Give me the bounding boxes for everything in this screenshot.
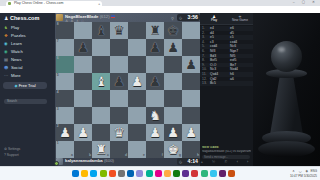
taskbar-app-icon[interactable] (201, 170, 208, 177)
taskbar-app-icon[interactable] (228, 170, 235, 177)
panel-tab-new-game[interactable]: +New Game (228, 14, 252, 23)
square-d8[interactable]: ♛ (110, 22, 128, 39)
square-g4[interactable] (164, 90, 182, 107)
file-label: e (143, 153, 145, 157)
taskbar-app-icon[interactable] (90, 170, 97, 177)
square-e4[interactable] (128, 90, 146, 107)
online-status-dot (54, 161, 59, 166)
move-list[interactable]: 1.e4e62.d4d53.e5c54.c3cxd45.cxd4Nc66.Nf3… (200, 26, 253, 86)
square-a1[interactable]: 1a (56, 141, 74, 158)
sidebar-item-more[interactable]: ⋯More (4, 72, 21, 80)
game-controls[interactable]: + ½ ⚐ ‹ › (200, 160, 253, 165)
square-c5[interactable]: ♝ (92, 73, 110, 90)
square-c1[interactable]: c♜ (92, 141, 110, 158)
square-h2[interactable]: ♟ (182, 124, 200, 141)
square-h4[interactable] (182, 90, 200, 107)
taskbar-app-icon[interactable] (109, 170, 116, 177)
taskbar-app-icon[interactable] (81, 170, 88, 177)
chesscom-page: ♟ Chess.com ♞Play❖Puzzles◉Learn◉Watch▤Ne… (0, 13, 320, 166)
opponent-clock: ◷3:56 (177, 14, 200, 21)
move-row[interactable]: 13.Bc5 (200, 81, 253, 86)
learn-icon: ◉ (4, 40, 9, 48)
square-b6[interactable] (74, 56, 92, 73)
square-g3[interactable] (164, 107, 182, 124)
pawn-head (271, 41, 302, 72)
chat-area: NEW GAMENagaBlazeBlade (612) vs kalyanra… (202, 146, 251, 154)
piece-white-knight[interactable]: ♞ (146, 107, 164, 124)
pawn-highlight (278, 47, 285, 52)
puzzles-icon: ❖ (4, 32, 9, 40)
square-f1[interactable]: f (146, 141, 164, 158)
square-b8[interactable] (74, 22, 92, 39)
square-b4[interactable] (74, 90, 92, 107)
piece-black-rook[interactable]: ♜ (146, 22, 164, 39)
square-f8[interactable]: ♜ (146, 22, 164, 39)
square-g8[interactable]: ♚ (164, 22, 182, 39)
square-f7[interactable]: ♟ (146, 39, 164, 56)
opponent-flag-icon (111, 15, 115, 18)
piece-white-pawn[interactable]: ♟ (146, 124, 164, 141)
piece-white-pawn[interactable]: ♟ (74, 124, 92, 141)
piece-black-bishop[interactable]: ♝ (92, 22, 110, 39)
square-e8[interactable] (128, 22, 146, 39)
piece-black-pawn[interactable]: ♟ (110, 73, 128, 90)
piece-black-king[interactable]: ♚ (164, 22, 182, 39)
file-label: f (162, 153, 163, 157)
tray-language[interactable]: ENG (310, 169, 317, 173)
sidebar-item-news[interactable]: ▤News (4, 56, 21, 64)
tray-date[interactable]: 5/30/2025 (304, 174, 317, 178)
square-g7[interactable]: ♟ (164, 39, 182, 56)
square-d2[interactable]: ♛ (110, 124, 128, 141)
square-g6[interactable] (164, 56, 182, 73)
file-label: h (197, 153, 199, 157)
rank-label: 3 (57, 107, 59, 111)
square-c2[interactable] (92, 124, 110, 141)
square-e6[interactable] (128, 56, 146, 73)
chat-message-input[interactable]: Send a message... (202, 155, 250, 159)
taskbar-app-icon[interactable] (182, 170, 189, 177)
square-d3[interactable] (110, 107, 128, 124)
taskbar-app-icon[interactable] (100, 170, 107, 177)
square-d7[interactable] (110, 39, 128, 56)
piece-white-pawn[interactable]: ♟ (182, 124, 200, 141)
square-b2[interactable]: ♟ (74, 124, 92, 141)
sidebar-footer-support[interactable]: ? Support (4, 153, 19, 157)
square-b1[interactable]: b (74, 141, 92, 158)
social-icon: ☻ (4, 64, 9, 72)
opponent-rating: (612) (100, 14, 110, 19)
logo-pawn-icon: ♟ (4, 15, 8, 21)
news-icon: ▤ (4, 56, 9, 64)
sidebar-item-puzzles[interactable]: ❖Puzzles (4, 32, 26, 40)
square-b3[interactable] (74, 107, 92, 124)
rank-label: 8 (57, 22, 59, 26)
sidebar-item-watch[interactable]: ◉Watch (4, 48, 23, 56)
square-a7[interactable]: 7 (56, 39, 74, 56)
hero-pawn-image (253, 13, 320, 166)
magnifier-icon[interactable]: ⚲ (171, 16, 174, 21)
square-c4[interactable] (92, 90, 110, 107)
file-label: a (71, 153, 73, 157)
search-input[interactable]: Search (4, 99, 47, 104)
square-b5[interactable] (74, 73, 92, 90)
play-icon: ♞ (4, 24, 9, 32)
chess-board[interactable]: 8♝♛♜♚7♟♟♟6♟5♝♟♟♟43♞2♟♟♛♟♟♟1abc♜defg♚h (56, 22, 200, 158)
square-a4[interactable]: 4 (56, 90, 74, 107)
tray-icons[interactable]: ∧ ◡ ◈ (292, 169, 309, 173)
chat-line: NagaBlazeBlade (612) vs kalyanramudamba … (202, 150, 251, 154)
sidebar-item-social[interactable]: ☻Social (4, 64, 22, 72)
system-tray[interactable]: ∧ ◡ ◈ ENG 10:47 PM 5/30/2025 (290, 169, 317, 178)
taskbar-app-icon[interactable] (219, 170, 226, 177)
piece-white-queen[interactable]: ♛ (110, 124, 128, 141)
square-a2[interactable]: 2♟ (56, 124, 74, 141)
screen: Play Chess Online - Chess.com + – ▢ ✕ ‹ … (0, 0, 320, 180)
more-icon: ⋯ (4, 72, 9, 80)
square-b7[interactable]: ♟ (74, 39, 92, 56)
square-h1[interactable]: h (182, 141, 200, 158)
square-f3[interactable]: ♞ (146, 107, 164, 124)
square-c8[interactable]: ♝ (92, 22, 110, 39)
square-d5[interactable]: ♟ (110, 73, 128, 90)
piece-black-pawn[interactable]: ♟ (146, 73, 164, 90)
square-f4[interactable] (146, 90, 164, 107)
sidebar: ♟ Chess.com ♞Play❖Puzzles◉Learn◉Watch▤Ne… (0, 13, 55, 166)
square-a5[interactable]: 5 (56, 73, 74, 90)
tab-favicon-icon (8, 2, 11, 5)
sidebar-item-play[interactable]: ♞Play (4, 24, 19, 32)
piece-white-bishop[interactable]: ♝ (92, 73, 110, 90)
pawn-base (258, 141, 315, 157)
square-h6[interactable]: ♟ (182, 56, 200, 73)
square-f2[interactable]: ♟ (146, 124, 164, 141)
piece-white-rook[interactable]: ♜ (92, 141, 110, 158)
player-bar: kalyanramudamba (600) ◷4:14 (56, 158, 200, 166)
square-a3[interactable]: 3 (56, 107, 74, 124)
rank-label: 5 (57, 73, 59, 77)
file-label: d (125, 153, 127, 157)
piece-black-pawn[interactable]: ♟ (146, 39, 164, 56)
square-h5[interactable] (182, 73, 200, 90)
square-g5[interactable] (164, 73, 182, 90)
square-f5[interactable]: ♟ (146, 73, 164, 90)
taskbar-app-icon[interactable] (146, 170, 153, 177)
sidebar-item-learn[interactable]: ◉Learn (4, 40, 22, 48)
tray-clock[interactable]: 10:47 PM (290, 174, 303, 178)
taskbar-app-icon[interactable] (155, 170, 162, 177)
square-c6[interactable] (92, 56, 110, 73)
free-trial-button[interactable]: ◆ Free Trial (3, 82, 47, 89)
piece-black-pawn[interactable]: ♟ (164, 39, 182, 56)
player-clock: ◷4:14 (177, 158, 200, 165)
piece-black-pawn[interactable]: ♟ (74, 39, 92, 56)
square-e7[interactable] (128, 39, 146, 56)
player-avatar[interactable] (56, 158, 63, 165)
taskbar-icons[interactable] (72, 170, 235, 178)
square-h7[interactable] (182, 39, 200, 56)
taskbar-app-icon[interactable] (164, 170, 171, 177)
square-h3[interactable] (182, 107, 200, 124)
rank-label: 7 (57, 39, 59, 43)
square-h8[interactable] (182, 22, 200, 39)
taskbar-app-icon[interactable] (118, 170, 125, 177)
square-d6[interactable] (110, 56, 128, 73)
square-e5[interactable]: ♟ (128, 73, 146, 90)
file-label: b (89, 153, 91, 157)
piece-white-king[interactable]: ♚ (164, 141, 182, 158)
sidebar-footer-settings[interactable]: ⚙ Settings (4, 147, 20, 151)
piece-white-pawn[interactable]: ♟ (56, 124, 74, 141)
pawn-body (270, 75, 303, 135)
diamond-icon: ◆ (14, 83, 17, 88)
piece-white-pawn[interactable]: ♟ (128, 73, 146, 90)
start-button[interactable] (72, 170, 79, 177)
rank-label: 6 (57, 56, 59, 60)
opponent-avatar[interactable] (56, 14, 63, 21)
square-e1[interactable]: e (128, 141, 146, 158)
square-c7[interactable] (92, 39, 110, 56)
opponent-player-bar: NagaBlazeBlade (612) ♙ ♙ ♗ ♘ ⚲ ◷3:56 (56, 14, 200, 22)
taskbar-app-icon[interactable] (191, 170, 198, 177)
square-e3[interactable] (128, 107, 146, 124)
square-d1[interactable]: d (110, 141, 128, 158)
panel-tab-play[interactable]: ♟Play (202, 14, 226, 23)
piece-black-queen[interactable]: ♛ (110, 22, 128, 39)
piece-black-pawn[interactable]: ♟ (182, 56, 200, 73)
square-a8[interactable]: 8 (56, 22, 74, 39)
tab-title: Play Chess Online - Chess.com (14, 1, 63, 5)
square-c3[interactable] (92, 107, 110, 124)
square-f6[interactable] (146, 56, 164, 73)
square-d4[interactable] (110, 90, 128, 107)
window-controls[interactable]: – ▢ ✕ (293, 0, 318, 4)
watch-icon: ◉ (4, 48, 9, 56)
rank-label: 1 (57, 141, 59, 145)
taskbar-app-icon[interactable] (136, 170, 143, 177)
chesscom-logo[interactable]: ♟ Chess.com (4, 15, 39, 21)
taskbar-app-icon[interactable] (210, 170, 217, 177)
square-e2[interactable] (128, 124, 146, 141)
windows-taskbar: ∧ ◡ ◈ ENG 10:47 PM 5/30/2025 (0, 166, 320, 180)
game-panel: ♟Play+New Game 1.e4e62.d4d53.e5c54.c3cxd… (200, 13, 253, 166)
panel-tabs: ♟Play+New Game (200, 13, 253, 25)
square-g2[interactable]: ♟ (164, 124, 182, 141)
taskbar-app-icon[interactable] (173, 170, 180, 177)
player-rating: (600) (104, 158, 114, 163)
rank-label: 4 (57, 90, 59, 94)
square-a6[interactable]: 6 (56, 56, 74, 73)
piece-white-pawn[interactable]: ♟ (164, 124, 182, 141)
taskbar-app-icon[interactable] (127, 170, 134, 177)
player-name[interactable]: kalyanramudamba (600) (65, 158, 114, 163)
square-g1[interactable]: g♚ (164, 141, 182, 158)
